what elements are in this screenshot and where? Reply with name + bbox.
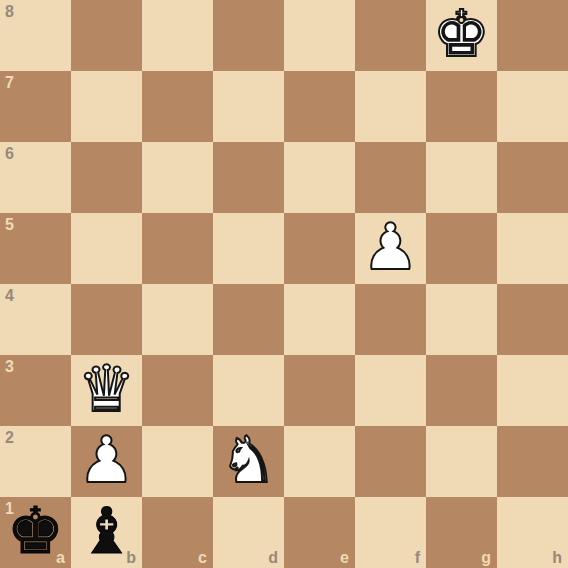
square-g5[interactable]	[426, 213, 497, 284]
square-b7[interactable]	[71, 71, 142, 142]
square-e7[interactable]	[284, 71, 355, 142]
chess-board: 8♚765♟43♛2♟♞1a♚b♝cdefgh	[0, 0, 568, 568]
square-e5[interactable]	[284, 213, 355, 284]
square-g1[interactable]: g	[426, 497, 497, 568]
square-c7[interactable]	[142, 71, 213, 142]
piece-white-king-g8[interactable]: ♚	[426, 0, 497, 71]
square-f4[interactable]	[355, 284, 426, 355]
square-c6[interactable]	[142, 142, 213, 213]
square-c2[interactable]	[142, 426, 213, 497]
square-c3[interactable]	[142, 355, 213, 426]
square-c1[interactable]: c	[142, 497, 213, 568]
square-e6[interactable]	[284, 142, 355, 213]
square-h3[interactable]	[497, 355, 568, 426]
square-c4[interactable]	[142, 284, 213, 355]
square-b6[interactable]	[71, 142, 142, 213]
square-d4[interactable]	[213, 284, 284, 355]
square-d2[interactable]: ♞	[213, 426, 284, 497]
square-f5[interactable]: ♟	[355, 213, 426, 284]
square-g3[interactable]	[426, 355, 497, 426]
square-a7[interactable]: 7	[0, 71, 71, 142]
square-f8[interactable]	[355, 0, 426, 71]
piece-white-pawn-b2[interactable]: ♟	[71, 426, 142, 497]
square-c8[interactable]	[142, 0, 213, 71]
piece-white-knight-d2[interactable]: ♞	[213, 426, 284, 497]
rank-label-3: 3	[5, 359, 14, 375]
square-d5[interactable]	[213, 213, 284, 284]
piece-black-king-a1[interactable]: ♚	[0, 497, 71, 568]
file-label-h: h	[552, 550, 562, 566]
square-b1[interactable]: b♝	[71, 497, 142, 568]
square-c5[interactable]	[142, 213, 213, 284]
rank-label-4: 4	[5, 288, 14, 304]
square-a5[interactable]: 5	[0, 213, 71, 284]
square-d6[interactable]	[213, 142, 284, 213]
square-e3[interactable]	[284, 355, 355, 426]
square-d3[interactable]	[213, 355, 284, 426]
square-b4[interactable]	[71, 284, 142, 355]
rank-label-7: 7	[5, 75, 14, 91]
square-a8[interactable]: 8	[0, 0, 71, 71]
square-h1[interactable]: h	[497, 497, 568, 568]
file-label-g: g	[481, 550, 491, 566]
square-b3[interactable]: ♛	[71, 355, 142, 426]
square-h7[interactable]	[497, 71, 568, 142]
file-label-c: c	[198, 550, 207, 566]
square-b5[interactable]	[71, 213, 142, 284]
file-label-d: d	[268, 550, 278, 566]
square-f3[interactable]	[355, 355, 426, 426]
square-a2[interactable]: 2	[0, 426, 71, 497]
square-h6[interactable]	[497, 142, 568, 213]
square-d8[interactable]	[213, 0, 284, 71]
square-h8[interactable]	[497, 0, 568, 71]
square-f7[interactable]	[355, 71, 426, 142]
piece-white-queen-b3[interactable]: ♛	[71, 355, 142, 426]
piece-white-pawn-f5[interactable]: ♟	[355, 213, 426, 284]
piece-black-bishop-b1[interactable]: ♝	[71, 497, 142, 568]
square-g8[interactable]: ♚	[426, 0, 497, 71]
square-g6[interactable]	[426, 142, 497, 213]
file-label-f: f	[415, 550, 420, 566]
rank-label-8: 8	[5, 4, 14, 20]
square-g2[interactable]	[426, 426, 497, 497]
square-f2[interactable]	[355, 426, 426, 497]
square-a1[interactable]: 1a♚	[0, 497, 71, 568]
square-a4[interactable]: 4	[0, 284, 71, 355]
rank-label-6: 6	[5, 146, 14, 162]
square-h5[interactable]	[497, 213, 568, 284]
square-g4[interactable]	[426, 284, 497, 355]
square-e8[interactable]	[284, 0, 355, 71]
square-e4[interactable]	[284, 284, 355, 355]
square-e1[interactable]: e	[284, 497, 355, 568]
square-h2[interactable]	[497, 426, 568, 497]
square-h4[interactable]	[497, 284, 568, 355]
square-b8[interactable]	[71, 0, 142, 71]
square-e2[interactable]	[284, 426, 355, 497]
square-a6[interactable]: 6	[0, 142, 71, 213]
rank-label-5: 5	[5, 217, 14, 233]
square-f1[interactable]: f	[355, 497, 426, 568]
rank-label-2: 2	[5, 430, 14, 446]
square-d1[interactable]: d	[213, 497, 284, 568]
square-a3[interactable]: 3	[0, 355, 71, 426]
square-d7[interactable]	[213, 71, 284, 142]
square-g7[interactable]	[426, 71, 497, 142]
square-b2[interactable]: ♟	[71, 426, 142, 497]
file-label-e: e	[340, 550, 349, 566]
square-f6[interactable]	[355, 142, 426, 213]
